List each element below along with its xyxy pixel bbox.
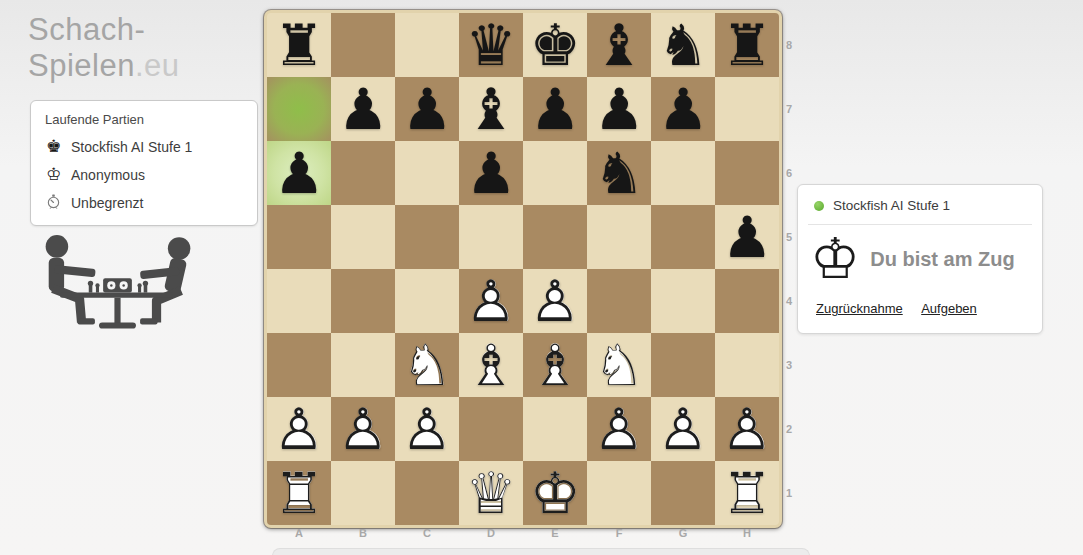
piece-white-pawn[interactable]: ♟♙ xyxy=(651,397,715,461)
logo-tld: .eu xyxy=(135,48,180,83)
square-g4[interactable] xyxy=(651,269,715,333)
square-f6[interactable]: ♞ xyxy=(587,141,651,205)
file-label-b: B xyxy=(331,527,395,539)
piece-white-pawn[interactable]: ♟♙ xyxy=(459,269,523,333)
square-d4[interactable]: ♟♙ xyxy=(459,269,523,333)
chess-board: ♜♛♚♝♞♜♟♟♝♟♟♟♟♟♞♟♟♙♟♙♞♘♝♗♝♗♞♘♟♙♟♙♟♙♟♙♟♙♟♙… xyxy=(267,13,779,525)
running-game-opponent-label: Stockfish AI Stufe 1 xyxy=(71,139,192,155)
piece-white-pawn[interactable]: ♟♙ xyxy=(523,269,587,333)
square-c6[interactable] xyxy=(395,141,459,205)
piece-black-pawn[interactable]: ♟ xyxy=(715,205,779,269)
square-b1[interactable] xyxy=(331,461,395,525)
piece-black-rook[interactable]: ♜ xyxy=(267,13,331,77)
square-h4[interactable] xyxy=(715,269,779,333)
square-g1[interactable] xyxy=(651,461,715,525)
square-d7[interactable]: ♝ xyxy=(459,77,523,141)
piece-white-rook[interactable]: ♜♖ xyxy=(267,461,331,525)
logo-line1: Schach- xyxy=(28,12,145,47)
square-a2[interactable]: ♟♙ xyxy=(267,397,331,461)
square-c4[interactable] xyxy=(395,269,459,333)
square-d8[interactable]: ♛ xyxy=(459,13,523,77)
square-a5[interactable] xyxy=(267,205,331,269)
piece-black-pawn[interactable]: ♟ xyxy=(267,141,331,205)
piece-black-pawn[interactable]: ♟ xyxy=(587,77,651,141)
piece-white-pawn[interactable]: ♟♙ xyxy=(395,397,459,461)
square-a3[interactable] xyxy=(267,333,331,397)
square-f5[interactable] xyxy=(587,205,651,269)
running-game-player[interactable]: ♔ Anonymous xyxy=(45,166,243,183)
square-h2[interactable]: ♟♙ xyxy=(715,397,779,461)
opponent-name: Stockfish AI Stufe 1 xyxy=(833,198,950,213)
square-b3[interactable] xyxy=(331,333,395,397)
running-games-panel: Laufende Partien ♚ Stockfish AI Stufe 1 … xyxy=(30,100,258,226)
square-f2[interactable]: ♟♙ xyxy=(587,397,651,461)
rank-label-6: 6 xyxy=(786,141,792,205)
piece-black-bishop[interactable]: ♝ xyxy=(587,13,651,77)
piece-white-pawn[interactable]: ♟♙ xyxy=(331,397,395,461)
file-label-d: D xyxy=(459,527,523,539)
square-g6[interactable] xyxy=(651,141,715,205)
square-e8[interactable]: ♚ xyxy=(523,13,587,77)
white-king-icon: ♔ xyxy=(45,166,62,183)
running-game-timecontrol-label: Unbegrenzt xyxy=(71,195,143,211)
piece-black-knight[interactable]: ♞ xyxy=(651,13,715,77)
rank-label-1: 1 xyxy=(786,461,792,525)
square-a7[interactable] xyxy=(267,77,331,141)
square-a1[interactable]: ♜♖ xyxy=(267,461,331,525)
rank-label-2: 2 xyxy=(786,397,792,461)
piece-black-pawn[interactable]: ♟ xyxy=(395,77,459,141)
square-g8[interactable]: ♞ xyxy=(651,13,715,77)
piece-black-pawn[interactable]: ♟ xyxy=(331,77,395,141)
square-f8[interactable]: ♝ xyxy=(587,13,651,77)
square-e3[interactable]: ♝♗ xyxy=(523,333,587,397)
square-d2[interactable] xyxy=(459,397,523,461)
square-f3[interactable]: ♞♘ xyxy=(587,333,651,397)
running-game-opponent[interactable]: ♚ Stockfish AI Stufe 1 xyxy=(45,138,243,155)
piece-black-queen[interactable]: ♛ xyxy=(459,13,523,77)
file-label-c: C xyxy=(395,527,459,539)
square-b2[interactable]: ♟♙ xyxy=(331,397,395,461)
square-b6[interactable] xyxy=(331,141,395,205)
piece-black-knight[interactable]: ♞ xyxy=(587,141,651,205)
square-h8[interactable]: ♜ xyxy=(715,13,779,77)
square-c2[interactable]: ♟♙ xyxy=(395,397,459,461)
running-games-title: Laufende Partien xyxy=(45,112,243,127)
square-f7[interactable]: ♟ xyxy=(587,77,651,141)
square-g5[interactable] xyxy=(651,205,715,269)
piece-black-rook[interactable]: ♜ xyxy=(715,13,779,77)
next-panel-edge xyxy=(272,548,810,555)
file-labels: ABCDEFGH xyxy=(267,527,779,539)
black-king-icon: ♚ xyxy=(45,138,62,155)
piece-black-pawn[interactable]: ♟ xyxy=(459,141,523,205)
square-b5[interactable] xyxy=(331,205,395,269)
piece-white-knight[interactable]: ♞♘ xyxy=(587,333,651,397)
resign-link[interactable]: Aufgeben xyxy=(921,301,977,316)
square-g3[interactable] xyxy=(651,333,715,397)
logo-line2: Spielen xyxy=(28,48,135,83)
chess-players-pictogram xyxy=(25,231,210,350)
turn-status-message: Du bist am Zug xyxy=(870,248,1014,271)
square-e2[interactable] xyxy=(523,397,587,461)
square-c3[interactable]: ♞♘ xyxy=(395,333,459,397)
rank-label-5: 5 xyxy=(786,205,792,269)
piece-white-bishop[interactable]: ♝♗ xyxy=(523,333,587,397)
rank-label-7: 7 xyxy=(786,77,792,141)
piece-white-pawn[interactable]: ♟♙ xyxy=(267,397,331,461)
square-a6[interactable]: ♟ xyxy=(267,141,331,205)
running-game-player-label: Anonymous xyxy=(71,167,145,183)
square-f4[interactable] xyxy=(587,269,651,333)
square-e6[interactable] xyxy=(523,141,587,205)
chess-board-frame: ♜♛♚♝♞♜♟♟♝♟♟♟♟♟♞♟♟♙♟♙♞♘♝♗♝♗♞♘♟♙♟♙♟♙♟♙♟♙♟♙… xyxy=(264,10,782,528)
running-game-timecontrol[interactable]: Unbegrenzt xyxy=(45,194,243,212)
square-c8[interactable] xyxy=(395,13,459,77)
piece-white-pawn[interactable]: ♟♙ xyxy=(715,397,779,461)
rank-label-4: 4 xyxy=(786,269,792,333)
file-label-g: G xyxy=(651,527,715,539)
online-status-dot xyxy=(814,201,824,211)
square-c5[interactable] xyxy=(395,205,459,269)
piece-black-pawn[interactable]: ♟ xyxy=(651,77,715,141)
square-d3[interactable]: ♝♗ xyxy=(459,333,523,397)
piece-white-rook[interactable]: ♜♖ xyxy=(715,461,779,525)
piece-white-knight[interactable]: ♞♘ xyxy=(395,333,459,397)
clock-icon xyxy=(45,194,62,212)
rank-label-8: 8 xyxy=(786,13,792,77)
game-status-panel: Stockfish AI Stufe 1 ♔ Du bist am Zug Zu… xyxy=(797,184,1043,334)
piece-black-king[interactable]: ♚ xyxy=(523,13,587,77)
square-e1[interactable]: ♚♔ xyxy=(523,461,587,525)
square-h5[interactable]: ♟ xyxy=(715,205,779,269)
square-f1[interactable] xyxy=(587,461,651,525)
rank-label-3: 3 xyxy=(786,333,792,397)
square-e7[interactable]: ♟ xyxy=(523,77,587,141)
square-a8[interactable]: ♜ xyxy=(267,13,331,77)
piece-black-pawn[interactable]: ♟ xyxy=(523,77,587,141)
file-label-e: E xyxy=(523,527,587,539)
square-b7[interactable]: ♟ xyxy=(331,77,395,141)
square-e5[interactable] xyxy=(523,205,587,269)
square-d1[interactable]: ♛♕ xyxy=(459,461,523,525)
square-a4[interactable] xyxy=(267,269,331,333)
square-g7[interactable]: ♟ xyxy=(651,77,715,141)
piece-black-bishop[interactable]: ♝ xyxy=(459,77,523,141)
square-h7[interactable] xyxy=(715,77,779,141)
square-d6[interactable]: ♟ xyxy=(459,141,523,205)
square-h6[interactable] xyxy=(715,141,779,205)
square-e4[interactable]: ♟♙ xyxy=(523,269,587,333)
square-h3[interactable] xyxy=(715,333,779,397)
white-king-turn-icon: ♔ xyxy=(810,229,860,289)
square-b4[interactable] xyxy=(331,269,395,333)
square-g2[interactable]: ♟♙ xyxy=(651,397,715,461)
square-c7[interactable]: ♟ xyxy=(395,77,459,141)
site-logo[interactable]: Schach- Spielen.eu xyxy=(28,12,180,84)
piece-white-king[interactable]: ♚♔ xyxy=(523,461,587,525)
piece-white-queen[interactable]: ♛♕ xyxy=(459,461,523,525)
piece-white-bishop[interactable]: ♝♗ xyxy=(459,333,523,397)
file-label-a: A xyxy=(267,527,331,539)
square-d5[interactable] xyxy=(459,205,523,269)
takeback-link[interactable]: Zugrücknahme xyxy=(816,301,903,316)
file-label-h: H xyxy=(715,527,779,539)
rank-labels: 87654321 xyxy=(786,13,792,525)
file-label-f: F xyxy=(587,527,651,539)
square-h1[interactable]: ♜♖ xyxy=(715,461,779,525)
piece-white-pawn[interactable]: ♟♙ xyxy=(587,397,651,461)
square-b8[interactable] xyxy=(331,13,395,77)
square-c1[interactable] xyxy=(395,461,459,525)
